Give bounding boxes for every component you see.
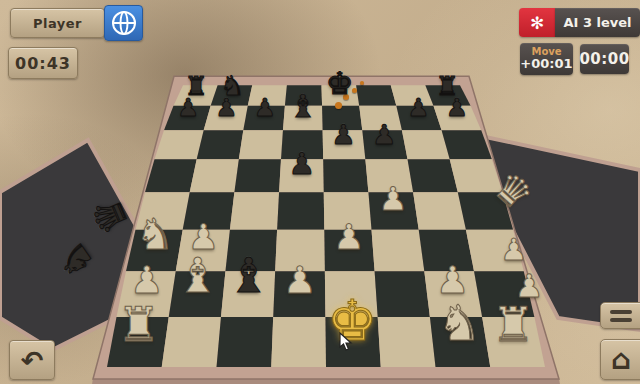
globe-button[interactable]	[104, 5, 143, 41]
piece-wn-g1[interactable]: ♞	[437, 299, 481, 348]
ai-level-bar[interactable]: AI 3 level	[555, 8, 640, 37]
piece-bp-a7[interactable]: ♟	[177, 96, 199, 121]
piece-wb-b2[interactable]: ♝	[176, 252, 219, 300]
piece-wn-a3[interactable]: ♞	[136, 213, 174, 256]
captured-bq-left-tray[interactable]: ♛	[85, 192, 136, 241]
last-move-dot	[360, 81, 364, 85]
piece-wp-g2[interactable]: ♟	[436, 261, 470, 298]
player-clock: 00:43	[8, 47, 78, 79]
piece-bp-d5[interactable]: ♟	[288, 150, 315, 180]
captured-wp-right-tray[interactable]: ♟	[501, 235, 528, 265]
home-button[interactable]: ⌂	[600, 339, 640, 380]
piece-bb-c2[interactable]: ♝	[227, 252, 270, 300]
piece-wp-d2[interactable]: ♟	[283, 261, 317, 298]
piece-bp-g7[interactable]: ♟	[407, 96, 429, 121]
hong-kong-flag-button[interactable]: ✻	[519, 8, 555, 37]
piece-bp-e6[interactable]: ♟	[331, 121, 355, 148]
globe-icon	[112, 11, 136, 35]
piece-wp-f4[interactable]: ♟	[378, 183, 407, 215]
piece-wp-e3[interactable]: ♟	[333, 220, 364, 255]
ai-clock: 00:00	[580, 44, 629, 74]
menu-bars-icon	[610, 310, 632, 314]
move-bonus-value: +00:01	[520, 57, 572, 71]
player-name-bar[interactable]: Player	[10, 8, 105, 38]
undo-arrow-icon: ↶	[21, 345, 44, 376]
piece-bp-f6[interactable]: ♟	[372, 121, 396, 148]
player-time-value: 00:43	[15, 54, 71, 73]
piece-bp-b7[interactable]: ♟	[215, 96, 237, 121]
ai-time-value: 00:00	[579, 50, 629, 68]
piece-wr-h1[interactable]: ♜	[492, 300, 535, 348]
captured-wq-right-tray[interactable]: ♛	[486, 164, 539, 218]
captured-bn-left-tray[interactable]: ♞	[51, 235, 102, 285]
home-icon: ⌂	[611, 343, 631, 376]
piece-wr-a1[interactable]: ♜	[117, 300, 160, 348]
undo-button[interactable]: ↶	[9, 340, 55, 380]
last-move-dot	[335, 102, 342, 109]
piece-bp-c7[interactable]: ♟	[254, 96, 276, 121]
player-name-label: Player	[33, 16, 82, 31]
piece-wp-a2[interactable]: ♟	[130, 261, 164, 298]
piece-bp-h7[interactable]: ♟	[446, 96, 468, 121]
menu-button[interactable]	[600, 302, 640, 329]
piece-bk-e8[interactable]: ♚	[326, 68, 354, 99]
game-stage: ♜♞♚♜♟♟♟♝♟♟♟♟♟♟♞♟♟♝♟♝♟♟♜♚♞♜♛♞♛♟♟ Player 0…	[0, 0, 640, 384]
flag-flower-icon: ✻	[530, 13, 544, 33]
move-bonus-panel: Move +00:01	[520, 43, 573, 75]
ai-level-label: AI 3 level	[563, 15, 631, 30]
piece-bb-d7[interactable]: ♝	[289, 90, 317, 121]
mouse-cursor	[338, 332, 354, 352]
